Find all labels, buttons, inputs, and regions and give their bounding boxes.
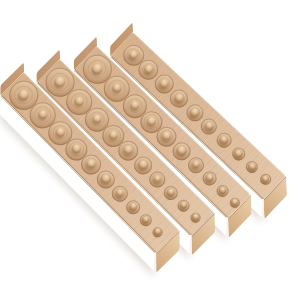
cylinder-knob <box>152 173 163 184</box>
cylinder-knob <box>36 108 50 122</box>
cylinder-knob <box>218 185 228 195</box>
knobbed-cylinder <box>137 211 154 228</box>
cylinder-knob <box>107 129 120 142</box>
cylinder-knob <box>247 161 257 171</box>
cylinder-knob <box>110 81 124 95</box>
cylinder-knob <box>128 201 139 212</box>
knobbed-cylinder <box>200 168 220 188</box>
cylinder-knob <box>127 49 139 61</box>
cylinder-knob <box>176 145 188 157</box>
cylinder-knob <box>53 75 67 89</box>
knobbed-cylinder <box>258 171 274 187</box>
cylinder-knob <box>191 212 201 222</box>
cylinder-knob <box>141 214 151 224</box>
cylinder-knob <box>160 130 172 142</box>
product-photo-canvas <box>0 0 300 300</box>
cylinder-knob <box>233 148 243 158</box>
cylinder-knob <box>218 134 229 145</box>
knobbed-cylinder <box>161 182 181 202</box>
knobbed-cylinder <box>214 182 231 199</box>
cylinder-knob <box>189 107 200 118</box>
knobbed-cylinder <box>123 197 143 217</box>
cylinder-knob <box>100 173 112 185</box>
knobbed-cylinder <box>213 129 234 150</box>
cylinder-knob <box>122 144 134 156</box>
cylinder-knob <box>190 159 201 170</box>
cylinder-knob <box>128 99 141 112</box>
cylinder-knob <box>90 62 104 76</box>
cylinder-knob <box>165 187 176 198</box>
cylinder-knob <box>70 142 83 155</box>
cylinder-knob <box>204 172 215 183</box>
knobbed-cylinder <box>189 210 203 224</box>
cylinder-knob <box>143 63 155 75</box>
cylinder-knob <box>114 187 125 198</box>
cylinder-knob <box>72 95 86 109</box>
cylinder-knob <box>145 115 158 128</box>
cylinder-knob <box>153 227 163 237</box>
cylinder-knob <box>16 88 30 102</box>
knobbed-cylinder <box>244 158 261 175</box>
knobbed-cylinder <box>198 115 221 138</box>
knobbed-cylinder <box>151 224 165 238</box>
cylinder-knob <box>178 200 188 210</box>
cylinder-knob <box>173 92 185 104</box>
cylinder-knob <box>85 158 97 170</box>
knobbed-cylinder <box>175 196 192 213</box>
cylinder-knob <box>137 159 149 171</box>
cylinder-knob <box>90 112 103 125</box>
cylinder-knob <box>260 174 270 184</box>
knobbed-cylinder <box>229 144 247 162</box>
cylinder-knob <box>230 197 240 207</box>
cylinder-knob <box>204 121 215 132</box>
cylinder-knob <box>54 126 67 139</box>
cylinder-knob <box>158 78 170 90</box>
